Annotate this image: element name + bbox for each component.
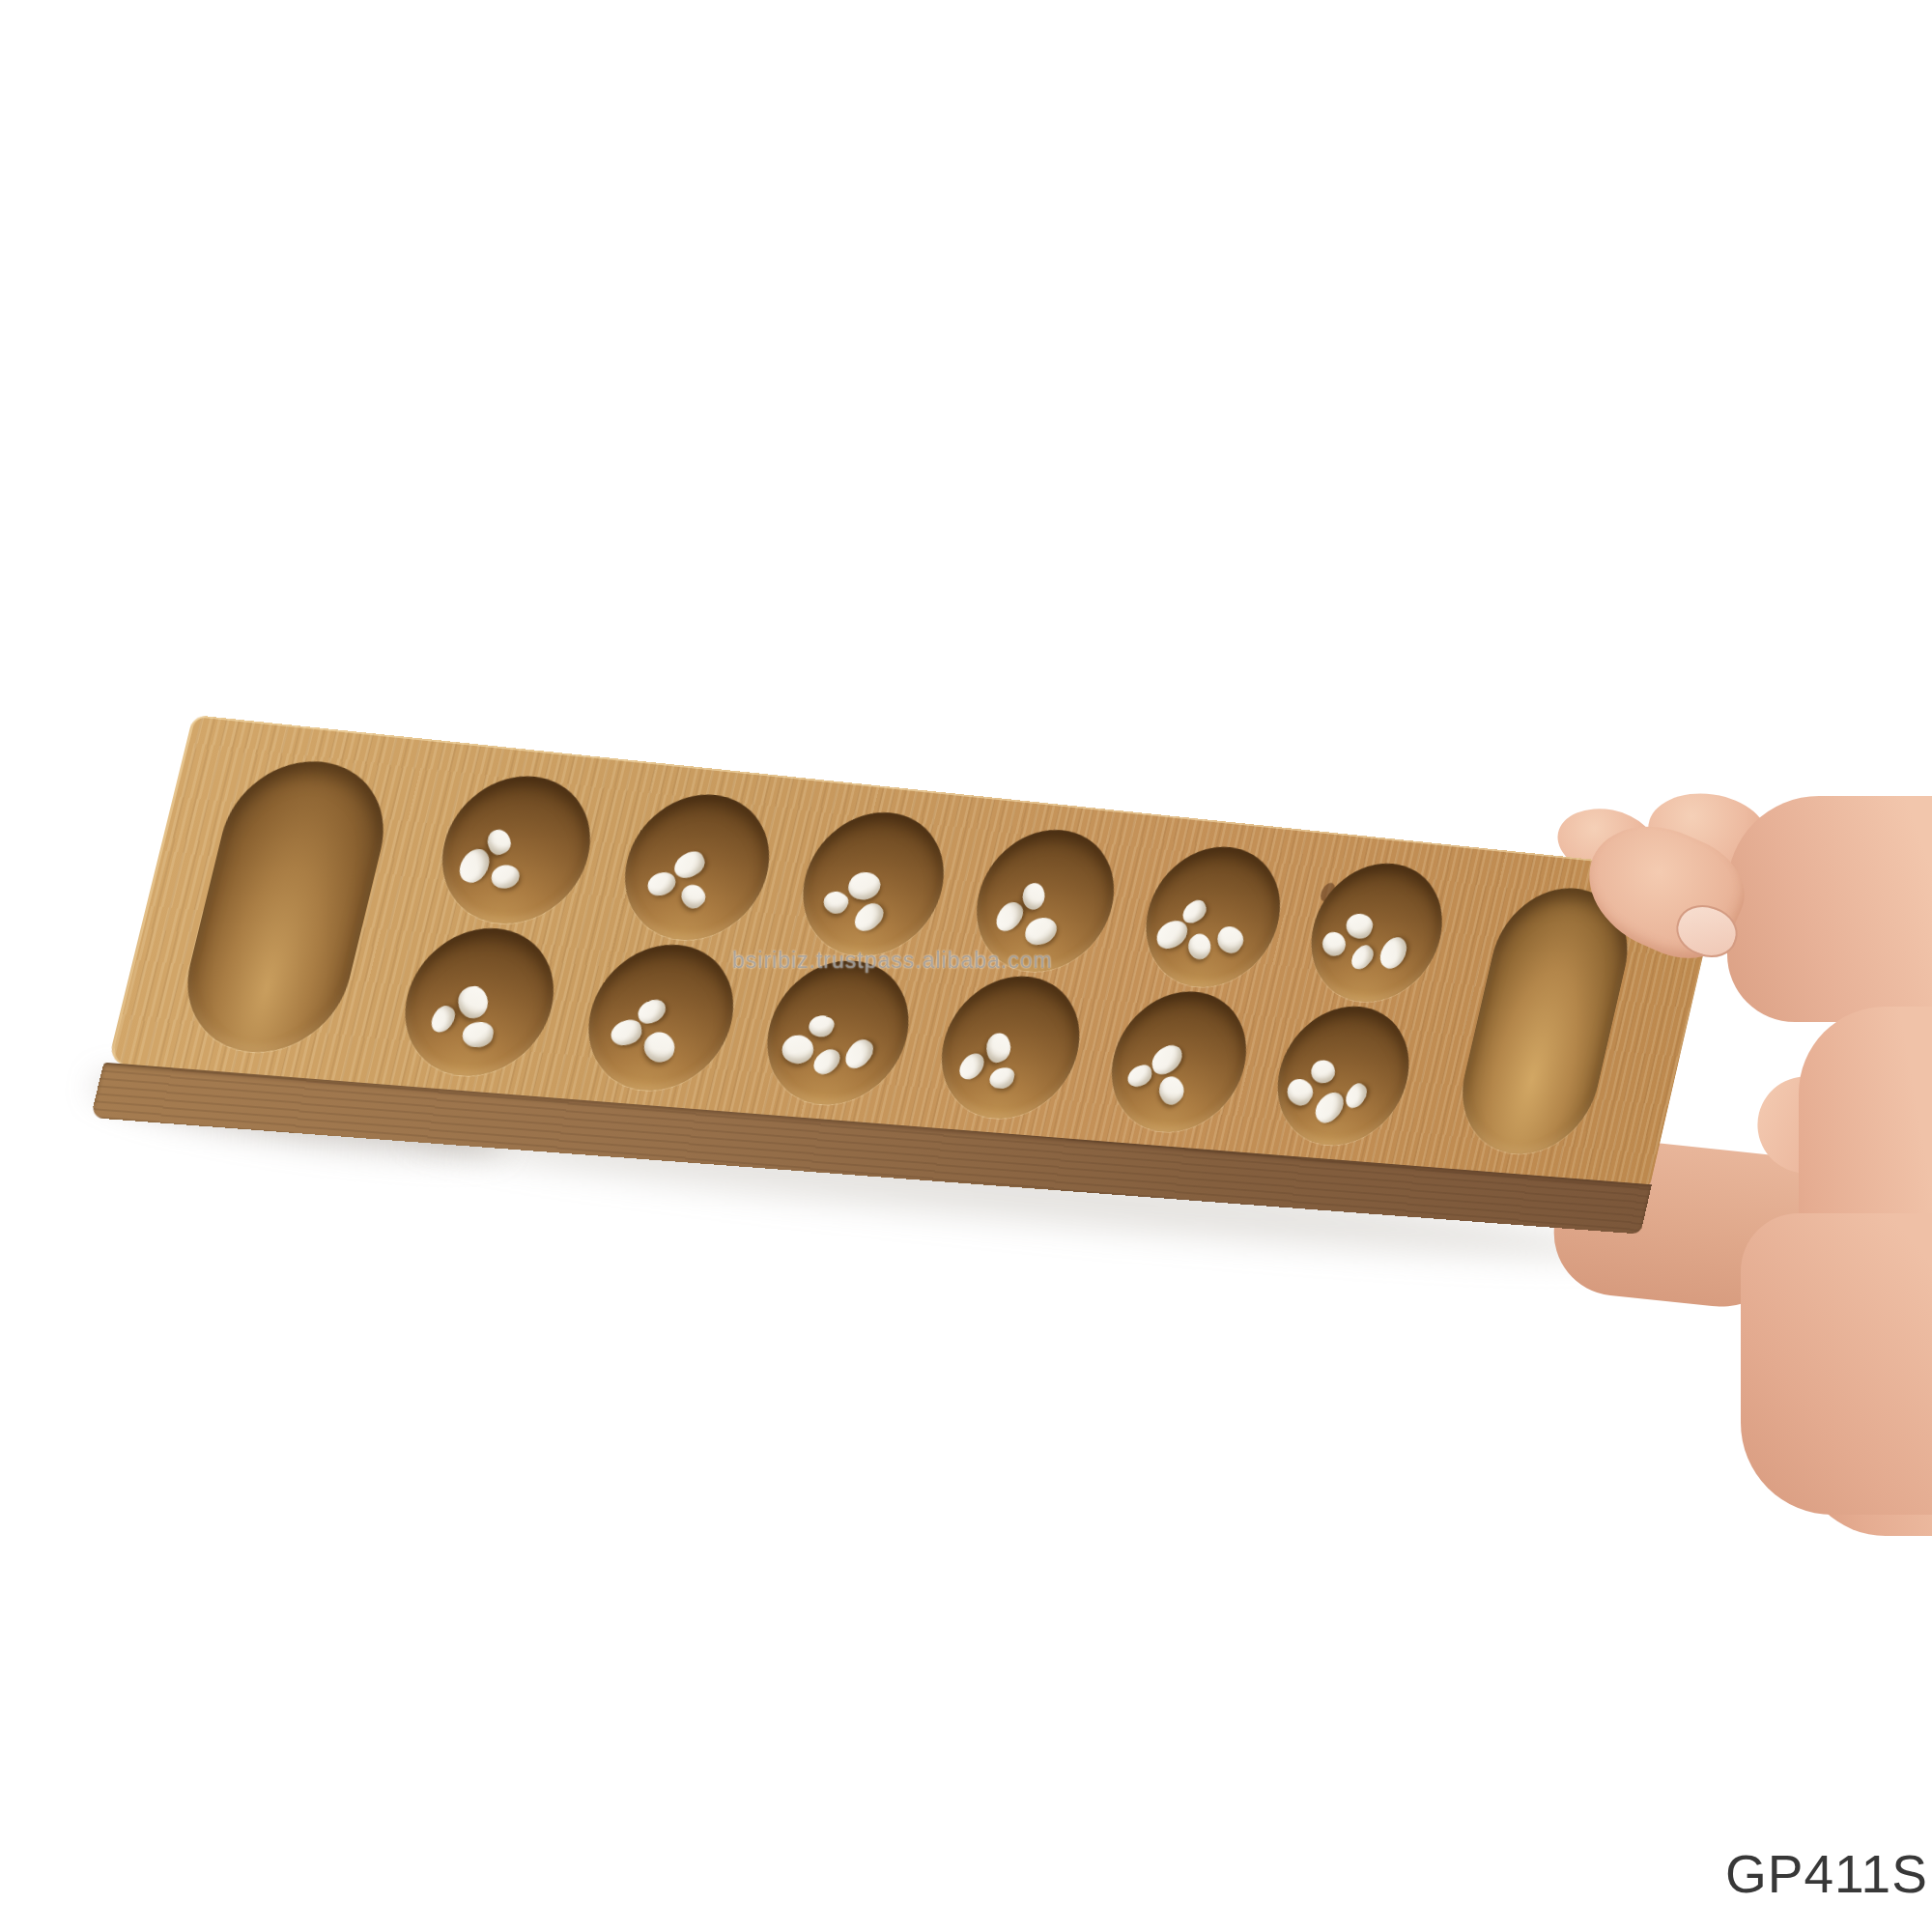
seed-stone (850, 898, 888, 937)
seed-stone (426, 1003, 459, 1036)
seed-stone (490, 865, 521, 889)
seed-stone (453, 844, 496, 887)
seed-stone (1019, 879, 1048, 913)
seed-stone (1342, 1080, 1372, 1111)
seed-stone (819, 887, 851, 918)
seed-stone (1212, 922, 1248, 957)
seed-stone (806, 1012, 838, 1039)
seed-stone (1375, 933, 1412, 974)
seed-stone (1024, 918, 1059, 945)
pit-top-2[interactable] (610, 788, 784, 947)
pit-top-3[interactable] (788, 806, 958, 961)
seed-stone (1149, 1040, 1186, 1079)
pit-bottom-2[interactable] (573, 939, 748, 1095)
product-photo-scene: bsiribiz.trustpass.alibaba.com GP411S (0, 0, 1932, 1932)
seed-stone (1342, 911, 1376, 942)
hand-palm-lower (1741, 1213, 1932, 1515)
seed-stone (988, 1067, 1015, 1089)
seed-stone (955, 1049, 988, 1084)
pit-bottom-5[interactable] (1097, 986, 1261, 1137)
watermark-text: bsiribiz.trustpass.alibaba.com (732, 948, 1053, 974)
pit-bottom-6[interactable] (1264, 1001, 1423, 1150)
seed-stone (1348, 942, 1378, 974)
pit-top-5[interactable] (1132, 840, 1294, 992)
seed-stone (1310, 1087, 1349, 1127)
pit-bottom-3[interactable] (753, 954, 923, 1109)
pit-top-1[interactable] (427, 769, 606, 929)
seed-stone (610, 1016, 642, 1049)
seed-stone (639, 1026, 680, 1069)
seed-stone (844, 868, 885, 903)
seed-stone (1126, 1063, 1152, 1089)
pit-bottom-1[interactable] (389, 923, 569, 1082)
seed-stone (982, 1029, 1013, 1066)
seed-stone (1307, 1057, 1339, 1086)
seed-stone (454, 981, 492, 1024)
seed-stone (1154, 1071, 1189, 1109)
seed-stone (646, 868, 677, 898)
seed-stone (810, 1044, 844, 1080)
seed-stone (677, 880, 709, 913)
hand-palm-upper (1727, 796, 1932, 1022)
seed-stone (1155, 917, 1189, 952)
seed-stone (461, 1022, 496, 1047)
seed-stone (1183, 929, 1215, 964)
seed-stone (1318, 928, 1350, 960)
pit-top-6[interactable] (1297, 858, 1456, 1008)
store-left (170, 753, 400, 1058)
seed-stone (991, 898, 1027, 936)
seed-stone (484, 825, 513, 858)
pit-bottom-4[interactable] (927, 971, 1094, 1123)
seed-stone (670, 846, 708, 883)
product-code: GP411S (1725, 1843, 1928, 1905)
seed-stone (1282, 1074, 1318, 1110)
mancala-board (94, 715, 1721, 1234)
seed-stone (840, 1036, 877, 1073)
